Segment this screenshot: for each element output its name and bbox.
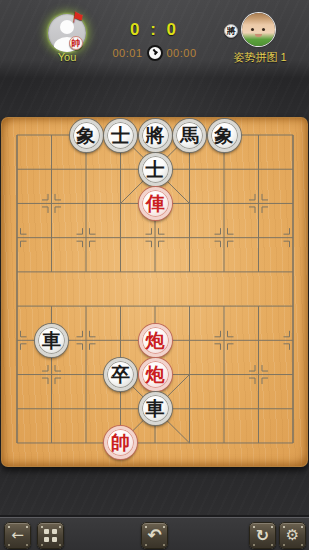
piece-red-炮[interactable]: 炮 <box>139 358 172 391</box>
settings-button[interactable]: ⚙ <box>279 522 306 549</box>
left-arrow-icon: ← <box>11 528 24 543</box>
piece-black-車[interactable]: 車 <box>139 392 172 425</box>
pieces-layer: 象士將馬象士俥車炮卒炮車帥 <box>1 117 308 467</box>
back-button[interactable]: ← <box>4 522 31 549</box>
opponent-timer: 00:00 <box>167 47 197 59</box>
menu-button[interactable] <box>37 522 64 549</box>
xiangqi-app: ⚑ 帥 You 0 : 0 00:01 00:00 將 姿势拼图 1 象士將馬象… <box>0 0 309 550</box>
opponent-avatar[interactable] <box>242 13 275 46</box>
piece-black-士[interactable]: 士 <box>139 153 172 186</box>
piece-black-將[interactable]: 將 <box>139 119 172 152</box>
gear-icon: ⚙ <box>286 528 299 543</box>
your-timer: 00:01 <box>112 47 142 59</box>
refresh-icon: ↻ <box>256 528 269 544</box>
piece-black-士[interactable]: 士 <box>104 119 137 152</box>
piece-black-車[interactable]: 車 <box>35 324 68 357</box>
piece-black-卒[interactable]: 卒 <box>104 358 137 391</box>
opponent-side-badge: 將 <box>224 24 238 38</box>
piece-black-象[interactable]: 象 <box>208 119 241 152</box>
piece-red-炮[interactable]: 炮 <box>139 324 172 357</box>
piece-red-俥[interactable]: 俥 <box>139 187 172 220</box>
piece-black-馬[interactable]: 馬 <box>173 119 206 152</box>
header: ⚑ 帥 You 0 : 0 00:01 00:00 將 姿势拼图 1 <box>0 0 309 72</box>
restart-button[interactable]: ↻ <box>249 522 276 549</box>
grid-icon <box>44 529 57 542</box>
undo-button[interactable]: ↶ <box>141 522 168 549</box>
piece-black-象[interactable]: 象 <box>70 119 103 152</box>
opponent-name: 姿势拼图 1 <box>219 50 301 65</box>
xiangqi-board[interactable]: 象士將馬象士俥車炮卒炮車帥 <box>1 117 308 467</box>
undo-arrow-icon: ↶ <box>147 527 161 544</box>
piece-red-帥[interactable]: 帥 <box>104 426 137 459</box>
clock-icon <box>147 45 163 61</box>
toolbar: ← ↶ ↻ ⚙ <box>0 517 309 550</box>
